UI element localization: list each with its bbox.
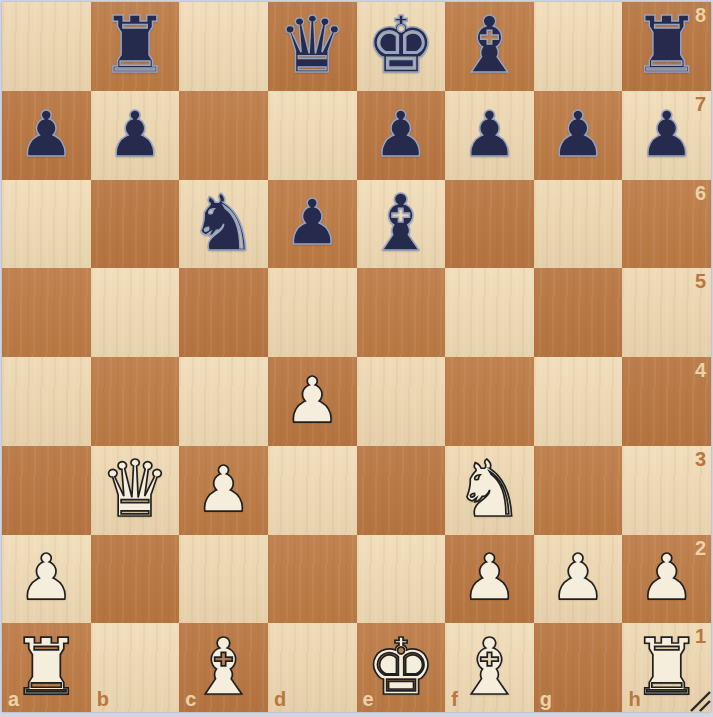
square-g5[interactable] (534, 268, 623, 357)
square-a4[interactable] (2, 357, 91, 446)
square-h5[interactable]: 5 (622, 268, 711, 357)
square-g4[interactable] (534, 357, 623, 446)
square-h3[interactable]: 3 (622, 446, 711, 535)
piece-black-queen[interactable]: ♛ (277, 6, 347, 84)
square-e4[interactable] (357, 357, 446, 446)
square-e7[interactable]: ♟ (357, 91, 446, 180)
square-b1[interactable]: b (91, 623, 180, 712)
square-f2[interactable]: ♟ (445, 535, 534, 624)
square-b5[interactable] (91, 268, 180, 357)
piece-white-knight[interactable]: ♞ (454, 450, 524, 528)
square-a3[interactable] (2, 446, 91, 535)
square-b6[interactable] (91, 180, 180, 269)
piece-black-king[interactable]: ♚ (366, 6, 436, 84)
square-c4[interactable] (179, 357, 268, 446)
square-c3[interactable]: ♟ (179, 446, 268, 535)
square-a6[interactable] (2, 180, 91, 269)
piece-white-pawn[interactable]: ♟ (195, 458, 251, 521)
board-resize-handle[interactable] (687, 688, 711, 712)
piece-black-pawn[interactable]: ♟ (107, 103, 163, 166)
page: { "game": "chess", "position": { "fen": … (0, 0, 713, 717)
square-f6[interactable] (445, 180, 534, 269)
square-g8[interactable] (534, 2, 623, 91)
piece-white-bishop[interactable]: ♝ (189, 628, 259, 706)
square-h8[interactable]: ♜8 (622, 2, 711, 91)
square-e1[interactable]: ♚e (357, 623, 446, 712)
piece-black-rook[interactable]: ♜ (632, 6, 702, 84)
file-label-d: d (274, 688, 286, 711)
piece-black-pawn[interactable]: ♟ (18, 103, 74, 166)
square-f7[interactable]: ♟ (445, 91, 534, 180)
piece-black-bishop[interactable]: ♝ (454, 6, 524, 84)
square-g3[interactable] (534, 446, 623, 535)
square-d2[interactable] (268, 535, 357, 624)
square-e2[interactable] (357, 535, 446, 624)
square-f3[interactable]: ♞ (445, 446, 534, 535)
square-d8[interactable]: ♛ (268, 2, 357, 91)
square-h4[interactable]: 4 (622, 357, 711, 446)
file-label-b: b (97, 688, 109, 711)
square-e5[interactable] (357, 268, 446, 357)
piece-black-pawn[interactable]: ♟ (550, 103, 606, 166)
square-h6[interactable]: 6 (622, 180, 711, 269)
square-h7[interactable]: ♟7 (622, 91, 711, 180)
square-b7[interactable]: ♟ (91, 91, 180, 180)
piece-white-king[interactable]: ♚ (366, 628, 436, 706)
file-label-g: g (540, 688, 552, 711)
piece-white-pawn[interactable]: ♟ (284, 369, 340, 432)
square-a1[interactable]: ♜a (2, 623, 91, 712)
square-c2[interactable] (179, 535, 268, 624)
piece-white-pawn[interactable]: ♟ (18, 546, 74, 609)
piece-black-knight[interactable]: ♞ (189, 184, 259, 262)
resize-grip-icon (687, 688, 711, 712)
square-g7[interactable]: ♟ (534, 91, 623, 180)
piece-black-bishop[interactable]: ♝ (366, 184, 436, 262)
square-d3[interactable] (268, 446, 357, 535)
piece-black-pawn[interactable]: ♟ (638, 103, 694, 166)
piece-white-pawn[interactable]: ♟ (638, 546, 694, 609)
piece-black-pawn[interactable]: ♟ (284, 191, 340, 254)
square-f1[interactable]: ♝f (445, 623, 534, 712)
square-d1[interactable]: d (268, 623, 357, 712)
square-c5[interactable] (179, 268, 268, 357)
square-f5[interactable] (445, 268, 534, 357)
rank-label-7: 7 (695, 93, 706, 116)
square-b8[interactable]: ♜ (91, 2, 180, 91)
square-h2[interactable]: ♟2 (622, 535, 711, 624)
square-a7[interactable]: ♟ (2, 91, 91, 180)
square-b4[interactable] (91, 357, 180, 446)
piece-black-rook[interactable]: ♜ (100, 6, 170, 84)
piece-black-pawn[interactable]: ♟ (373, 103, 429, 166)
square-e3[interactable] (357, 446, 446, 535)
chess-board: ♜♛♚♝♜8♟♟♟♟♟♟7♞♟♝65♟4♛♟♞3♟♟♟♟2♜ab♝cd♚e♝fg… (2, 2, 711, 712)
rank-label-3: 3 (695, 448, 706, 471)
rank-label-6: 6 (695, 182, 706, 205)
square-g6[interactable] (534, 180, 623, 269)
square-b2[interactable] (91, 535, 180, 624)
square-c7[interactable] (179, 91, 268, 180)
square-f8[interactable]: ♝ (445, 2, 534, 91)
piece-white-queen[interactable]: ♛ (100, 450, 170, 528)
piece-black-pawn[interactable]: ♟ (461, 103, 517, 166)
square-c1[interactable]: ♝c (179, 623, 268, 712)
square-e6[interactable]: ♝ (357, 180, 446, 269)
piece-white-rook[interactable]: ♜ (11, 628, 81, 706)
piece-white-pawn[interactable]: ♟ (550, 546, 606, 609)
square-d7[interactable] (268, 91, 357, 180)
square-a5[interactable] (2, 268, 91, 357)
square-d5[interactable] (268, 268, 357, 357)
rank-label-4: 4 (695, 359, 706, 382)
square-e8[interactable]: ♚ (357, 2, 446, 91)
square-d4[interactable]: ♟ (268, 357, 357, 446)
rank-label-5: 5 (695, 270, 706, 293)
square-a8[interactable] (2, 2, 91, 91)
piece-white-pawn[interactable]: ♟ (461, 546, 517, 609)
square-g2[interactable]: ♟ (534, 535, 623, 624)
rank-label-2: 2 (695, 537, 706, 560)
square-g1[interactable]: g (534, 623, 623, 712)
square-c6[interactable]: ♞ (179, 180, 268, 269)
square-b3[interactable]: ♛ (91, 446, 180, 535)
piece-white-bishop[interactable]: ♝ (454, 628, 524, 706)
square-a2[interactable]: ♟ (2, 535, 91, 624)
square-c8[interactable] (179, 2, 268, 91)
square-f4[interactable] (445, 357, 534, 446)
square-d6[interactable]: ♟ (268, 180, 357, 269)
